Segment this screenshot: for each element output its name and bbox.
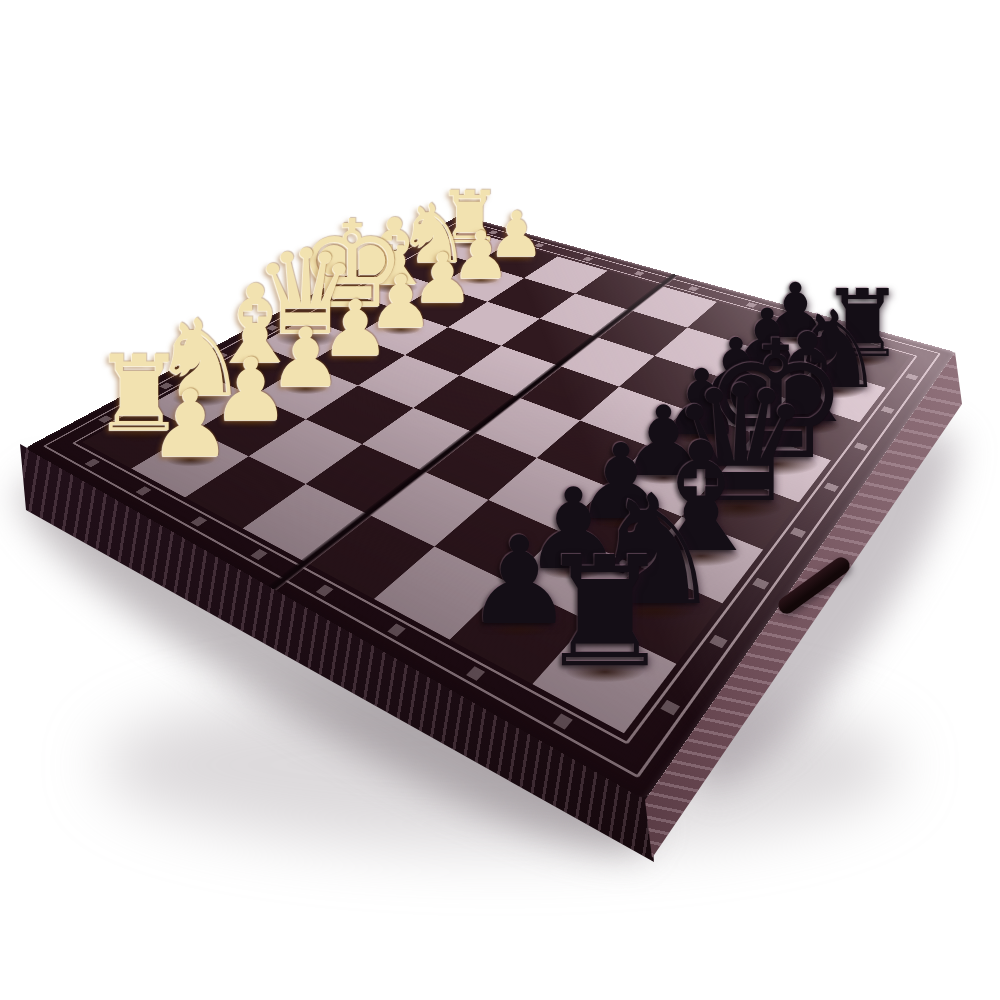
chess-set-photo: ♜♞♝♛♚♝♞♜♟♟♟♟♟♟♟♟♟♟♟♟♟♟♟♟♜♞♝♛♚♝♞♜ — [0, 0, 1000, 1000]
